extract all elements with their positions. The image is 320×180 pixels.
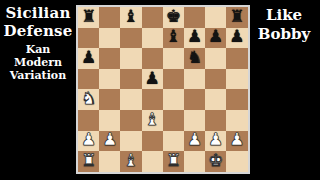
square-h2: ♟ — [226, 131, 247, 152]
square-a1: ♜ — [78, 151, 99, 172]
black-pawn-piece: ♟ — [229, 28, 244, 45]
square-f1 — [184, 151, 205, 172]
side-caption: Like Bobby — [248, 6, 320, 44]
square-g8 — [205, 7, 226, 28]
black-bishop-piece: ♝ — [166, 28, 181, 45]
square-f7: ♟ — [184, 28, 205, 49]
square-d1 — [142, 151, 163, 172]
square-c8: ♝ — [120, 7, 141, 28]
black-pawn-piece: ♟ — [81, 49, 96, 66]
square-c1: ♝ — [120, 151, 141, 172]
square-e6 — [163, 48, 184, 69]
square-g7: ♟ — [205, 28, 226, 49]
white-pawn-piece: ♟ — [81, 131, 96, 148]
square-h6 — [226, 48, 247, 69]
square-b4 — [99, 89, 120, 110]
page-background: { "game": "chess", "position": { "fen": … — [0, 0, 320, 180]
black-bishop-piece: ♝ — [123, 8, 138, 25]
square-c3 — [120, 110, 141, 131]
square-e8: ♚ — [163, 7, 184, 28]
square-a6: ♟ — [78, 48, 99, 69]
square-g1: ♚ — [205, 151, 226, 172]
square-b7 — [99, 28, 120, 49]
square-e3 — [163, 110, 184, 131]
square-c6 — [120, 48, 141, 69]
opening-variation-line: Modern — [0, 56, 76, 69]
square-a5 — [78, 69, 99, 90]
square-e2 — [163, 131, 184, 152]
square-a8: ♜ — [78, 7, 99, 28]
square-b8 — [99, 7, 120, 28]
white-king-piece: ♚ — [208, 152, 223, 169]
square-g5 — [205, 69, 226, 90]
square-a2: ♟ — [78, 131, 99, 152]
square-h1 — [226, 151, 247, 172]
side-caption-line: Like — [248, 6, 320, 25]
square-b2: ♟ — [99, 131, 120, 152]
square-d3: ♝ — [142, 110, 163, 131]
square-f3 — [184, 110, 205, 131]
square-g4 — [205, 89, 226, 110]
square-b6 — [99, 48, 120, 69]
square-e1: ♜ — [163, 151, 184, 172]
square-h5 — [226, 69, 247, 90]
square-c5 — [120, 69, 141, 90]
square-g2: ♟ — [205, 131, 226, 152]
white-rook-piece: ♜ — [81, 152, 96, 169]
square-f2: ♟ — [184, 131, 205, 152]
square-b5 — [99, 69, 120, 90]
black-pawn-piece: ♟ — [145, 70, 160, 87]
square-f4 — [184, 89, 205, 110]
opening-title: Sicilian Defense Kan Modern Variation — [0, 4, 76, 82]
black-pawn-piece: ♟ — [187, 28, 202, 45]
opening-variation-line: Variation — [0, 69, 76, 82]
square-f6: ♞ — [184, 48, 205, 69]
square-d5: ♟ — [142, 69, 163, 90]
black-rook-piece: ♜ — [81, 8, 96, 25]
white-pawn-piece: ♟ — [208, 131, 223, 148]
opening-title-line: Defense — [0, 22, 76, 40]
square-h4 — [226, 89, 247, 110]
square-f5 — [184, 69, 205, 90]
opening-title-line: Sicilian — [0, 4, 76, 22]
white-pawn-piece: ♟ — [229, 131, 244, 148]
opening-variation: Kan Modern Variation — [0, 43, 76, 82]
square-e7: ♝ — [163, 28, 184, 49]
side-caption-line: Bobby — [248, 25, 320, 44]
black-rook-piece: ♜ — [229, 8, 244, 25]
chessboard-frame: ♜♝♚♜♝♟♟♟♟♞♟♞♝♟♟♟♟♟♜♝♜♚ — [76, 5, 250, 174]
square-a3 — [78, 110, 99, 131]
square-e4 — [163, 89, 184, 110]
square-g6 — [205, 48, 226, 69]
square-d8 — [142, 7, 163, 28]
square-c4 — [120, 89, 141, 110]
white-bishop-piece: ♝ — [145, 111, 160, 128]
square-f8 — [184, 7, 205, 28]
square-b3 — [99, 110, 120, 131]
white-rook-piece: ♜ — [166, 152, 181, 169]
white-bishop-piece: ♝ — [123, 152, 138, 169]
opening-variation-line: Kan — [0, 43, 76, 56]
square-c7 — [120, 28, 141, 49]
black-king-piece: ♚ — [166, 8, 181, 25]
black-knight-piece: ♞ — [187, 49, 202, 66]
square-d4 — [142, 89, 163, 110]
square-b1 — [99, 151, 120, 172]
square-d7 — [142, 28, 163, 49]
white-pawn-piece: ♟ — [102, 131, 117, 148]
white-knight-piece: ♞ — [81, 90, 96, 107]
square-d2 — [142, 131, 163, 152]
square-c2 — [120, 131, 141, 152]
square-g3 — [205, 110, 226, 131]
square-h7: ♟ — [226, 28, 247, 49]
square-h3 — [226, 110, 247, 131]
square-d6 — [142, 48, 163, 69]
square-e5 — [163, 69, 184, 90]
white-pawn-piece: ♟ — [187, 131, 202, 148]
square-h8: ♜ — [226, 7, 247, 28]
black-pawn-piece: ♟ — [208, 28, 223, 45]
square-a4: ♞ — [78, 89, 99, 110]
square-a7 — [78, 28, 99, 49]
chessboard: ♜♝♚♜♝♟♟♟♟♞♟♞♝♟♟♟♟♟♜♝♜♚ — [78, 7, 248, 172]
